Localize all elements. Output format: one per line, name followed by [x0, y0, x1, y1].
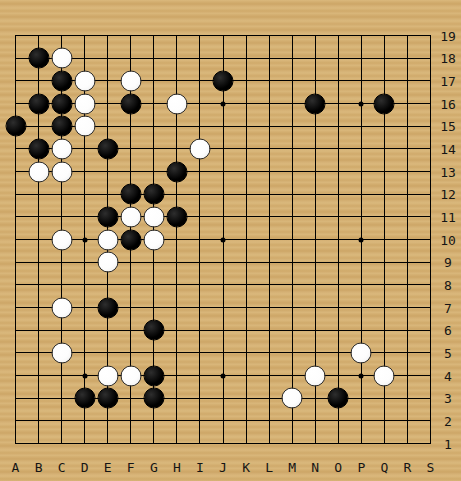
black-stone-N16[interactable]: [305, 93, 326, 114]
white-stone-F11[interactable]: [120, 206, 141, 227]
column-label-D: D: [81, 460, 89, 475]
star-point-P4: [359, 373, 364, 378]
white-stone-C7[interactable]: [51, 297, 72, 318]
black-stone-D3[interactable]: [74, 388, 95, 409]
white-stone-I14[interactable]: [189, 138, 210, 159]
black-stone-C17[interactable]: [51, 70, 72, 91]
white-stone-B13[interactable]: [28, 161, 49, 182]
grid-line-vertical: [338, 35, 339, 444]
column-label-F: F: [127, 460, 135, 475]
column-label-L: L: [265, 460, 273, 475]
black-stone-F10[interactable]: [120, 229, 141, 250]
white-stone-N4[interactable]: [305, 365, 326, 386]
column-label-S: S: [427, 460, 435, 475]
row-label-6: 6: [444, 323, 452, 338]
white-stone-M3[interactable]: [282, 388, 303, 409]
white-stone-G11[interactable]: [143, 206, 164, 227]
row-label-4: 4: [444, 368, 452, 383]
row-label-15: 15: [440, 119, 456, 134]
black-stone-G12[interactable]: [143, 184, 164, 205]
column-label-N: N: [311, 460, 319, 475]
black-stone-E14[interactable]: [97, 138, 118, 159]
star-point-P10: [359, 237, 364, 242]
row-label-16: 16: [440, 96, 456, 111]
star-point-J16: [221, 101, 226, 106]
white-stone-D17[interactable]: [74, 70, 95, 91]
row-label-9: 9: [444, 255, 452, 270]
white-stone-Q4[interactable]: [374, 365, 395, 386]
black-stone-B18[interactable]: [28, 48, 49, 69]
row-label-7: 7: [444, 300, 452, 315]
black-stone-F16[interactable]: [120, 93, 141, 114]
black-stone-G4[interactable]: [143, 365, 164, 386]
black-stone-H11[interactable]: [166, 206, 187, 227]
grid-line-horizontal: [15, 420, 431, 421]
white-stone-C10[interactable]: [51, 229, 72, 250]
white-stone-E10[interactable]: [97, 229, 118, 250]
row-label-8: 8: [444, 277, 452, 292]
go-board[interactable]: 19181716151413121110987654321ABCDEFGHIJK…: [0, 0, 461, 481]
black-stone-G3[interactable]: [143, 388, 164, 409]
star-point-J4: [221, 373, 226, 378]
grid-line-vertical: [430, 35, 431, 444]
black-stone-Q16[interactable]: [374, 93, 395, 114]
black-stone-F12[interactable]: [120, 184, 141, 205]
column-label-B: B: [35, 460, 43, 475]
white-stone-C13[interactable]: [51, 161, 72, 182]
column-label-J: J: [219, 460, 227, 475]
black-stone-A15[interactable]: [5, 116, 26, 137]
grid-line-horizontal: [15, 330, 431, 331]
row-label-17: 17: [440, 73, 456, 88]
black-stone-E3[interactable]: [97, 388, 118, 409]
grid-line-vertical: [269, 35, 270, 444]
column-label-E: E: [104, 460, 112, 475]
star-point-J10: [221, 237, 226, 242]
column-label-C: C: [58, 460, 66, 475]
row-label-13: 13: [440, 164, 456, 179]
row-label-5: 5: [444, 345, 452, 360]
black-stone-B14[interactable]: [28, 138, 49, 159]
black-stone-O3[interactable]: [328, 388, 349, 409]
white-stone-C14[interactable]: [51, 138, 72, 159]
grid-line-horizontal: [15, 284, 431, 285]
black-stone-G6[interactable]: [143, 320, 164, 341]
white-stone-P5[interactable]: [351, 342, 372, 363]
grid-line-horizontal: [15, 443, 431, 444]
white-stone-E9[interactable]: [97, 252, 118, 273]
column-label-P: P: [357, 460, 365, 475]
column-label-R: R: [404, 460, 412, 475]
white-stone-G10[interactable]: [143, 229, 164, 250]
row-label-12: 12: [440, 187, 456, 202]
white-stone-D15[interactable]: [74, 116, 95, 137]
column-label-A: A: [12, 460, 20, 475]
row-label-10: 10: [440, 232, 456, 247]
white-stone-F4[interactable]: [120, 365, 141, 386]
column-label-O: O: [334, 460, 342, 475]
row-label-2: 2: [444, 413, 452, 428]
black-stone-B16[interactable]: [28, 93, 49, 114]
row-label-11: 11: [440, 209, 456, 224]
grid-line-vertical: [407, 35, 408, 444]
black-stone-C15[interactable]: [51, 116, 72, 137]
star-point-P16: [359, 101, 364, 106]
star-point-D4: [82, 373, 87, 378]
column-label-M: M: [288, 460, 296, 475]
white-stone-H16[interactable]: [166, 93, 187, 114]
column-label-G: G: [150, 460, 158, 475]
grid-line-horizontal: [15, 307, 431, 308]
grid-line-horizontal: [15, 262, 431, 263]
grid-line-vertical: [292, 35, 293, 444]
black-stone-E11[interactable]: [97, 206, 118, 227]
star-point-D10: [82, 237, 87, 242]
white-stone-D16[interactable]: [74, 93, 95, 114]
column-label-Q: Q: [380, 460, 388, 475]
row-label-14: 14: [440, 141, 456, 156]
white-stone-F17[interactable]: [120, 70, 141, 91]
column-label-H: H: [173, 460, 181, 475]
row-label-19: 19: [440, 28, 456, 43]
row-label-1: 1: [444, 436, 452, 451]
black-stone-C16[interactable]: [51, 93, 72, 114]
black-stone-H13[interactable]: [166, 161, 187, 182]
row-label-3: 3: [444, 391, 452, 406]
black-stone-J17[interactable]: [213, 70, 234, 91]
white-stone-C18[interactable]: [51, 48, 72, 69]
column-label-K: K: [242, 460, 250, 475]
black-stone-E7[interactable]: [97, 297, 118, 318]
column-label-I: I: [196, 460, 204, 475]
white-stone-E4[interactable]: [97, 365, 118, 386]
row-label-18: 18: [440, 51, 456, 66]
white-stone-C5[interactable]: [51, 342, 72, 363]
grid-line-vertical: [246, 35, 247, 444]
